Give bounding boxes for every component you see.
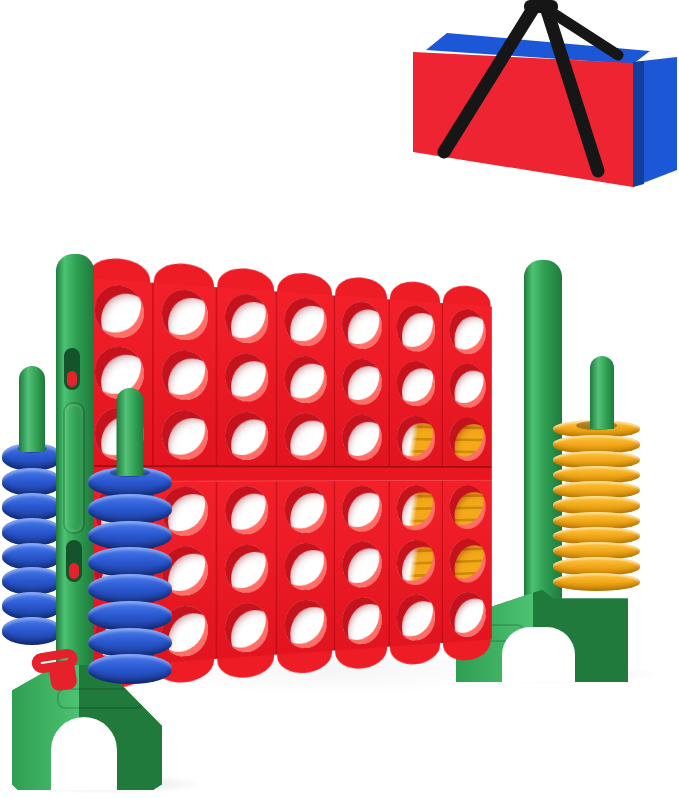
storage-pole-left-front: [19, 366, 45, 452]
slider-tab-lower: [69, 563, 79, 579]
release-handle: [30, 646, 93, 706]
board-cell-c4r2: [276, 349, 334, 408]
hole-c7r3: [449, 416, 485, 461]
hole-c4r6: [285, 599, 326, 649]
hole-c6r1: [397, 305, 435, 352]
board-cell-c7r2: [441, 357, 492, 412]
board-cell-c7r6: [441, 586, 492, 643]
board-cell-c3r6: [216, 597, 276, 659]
board-cell-c6r6: [389, 589, 442, 647]
board-cell-c3r2: [216, 346, 276, 407]
scallop-bump: [443, 640, 491, 663]
board-cell-c2r1: [152, 283, 215, 347]
blue-ring: [2, 567, 62, 595]
board-cell-c7r3: [441, 411, 492, 465]
hole-c4r5: [285, 542, 326, 591]
hole-c5r2: [342, 357, 382, 405]
blue-ring: [88, 574, 172, 604]
board-cell-c1r1: [86, 278, 152, 343]
board-cell-c7r1: [441, 303, 492, 360]
hole-c5r6: [342, 596, 382, 645]
blue-ring: [2, 518, 62, 546]
hole-c5r3: [342, 414, 382, 461]
board-cell-c5r5: [333, 536, 388, 594]
blue-ring: [2, 543, 62, 571]
ring-stack-left-inner-rings: [88, 467, 172, 684]
hole-c6r4: [397, 485, 435, 531]
hole-c5r4: [342, 485, 382, 532]
hole-c1r1: [95, 283, 144, 338]
bag-side-shade: [633, 61, 644, 187]
storage-pole-left-inner: [117, 388, 144, 476]
carry-bag-graphic: [404, 0, 679, 200]
leg-left-arch: [51, 717, 117, 791]
blue-ring: [88, 601, 172, 631]
post-slot-upper: [64, 348, 80, 390]
post-groove: [63, 402, 85, 534]
yellow-ring: [553, 573, 640, 591]
hole-c6r3: [397, 415, 435, 461]
scallop-bump: [390, 643, 440, 666]
leg-right-arch: [502, 627, 574, 683]
hole-c3r4: [225, 486, 268, 535]
board-cell-c3r4: [216, 481, 276, 540]
hole-c6r5: [397, 539, 435, 586]
hole-c7r6: [449, 591, 485, 637]
ring-stack-right-front: [553, 356, 640, 591]
hole-c7r5: [449, 538, 485, 584]
scallop-bump: [335, 647, 387, 671]
ring-stack-left-front-rings: [2, 443, 62, 645]
post-slot-lower: [66, 540, 82, 582]
board-cell-c5r4: [333, 481, 388, 538]
board-cell-c3r5: [216, 539, 276, 600]
board-cell-c3r1: [216, 287, 276, 349]
blue-ring: [2, 493, 62, 521]
ring-stack-right-front-rings: [553, 420, 640, 591]
blue-ring: [88, 628, 172, 658]
hole-c3r5: [225, 544, 268, 594]
blue-ring: [88, 494, 172, 524]
board-cell-c5r6: [333, 591, 388, 650]
blue-ring: [88, 547, 172, 577]
hole-c3r3: [225, 411, 268, 460]
hole-c3r1: [225, 293, 268, 344]
ring-stack-left-front: [2, 366, 62, 644]
hole-c7r1: [449, 308, 485, 354]
hole-c4r2: [285, 355, 326, 404]
hole-c7r2: [449, 362, 485, 408]
blue-ring: [2, 617, 62, 645]
hole-c6r2: [397, 360, 435, 407]
blue-ring: [2, 468, 62, 496]
hole-c3r2: [225, 352, 268, 402]
board-cell-c6r2: [389, 355, 442, 412]
product-photo-scene: [0, 0, 679, 798]
blue-ring: [2, 592, 62, 620]
board-cell-c5r1: [333, 295, 388, 354]
ring-stack-left-inner: [88, 388, 172, 684]
board-cell-c6r4: [389, 480, 442, 536]
blue-ring: [88, 521, 172, 551]
board-cell-c4r3: [276, 407, 334, 465]
board-cell-c7r4: [441, 480, 492, 534]
board-cell-c7r5: [441, 533, 492, 588]
scallop-bump: [277, 651, 331, 675]
board-cell-c3r3: [216, 406, 276, 465]
hole-c5r1: [342, 301, 382, 350]
board-cell-c4r5: [276, 537, 334, 596]
release-handle-tab: [49, 664, 78, 692]
blue-ring: [88, 654, 172, 684]
board-cell-c6r5: [389, 535, 442, 592]
hole-c4r1: [285, 297, 326, 347]
carry-bag: [404, 0, 679, 200]
hole-c4r3: [285, 412, 326, 460]
bag-handle-knot: [524, 0, 558, 13]
board-cell-c5r3: [333, 409, 388, 466]
board-cell-c5r2: [333, 352, 388, 410]
hole-c4r4: [285, 486, 326, 534]
hole-c3r6: [225, 602, 268, 653]
board-cell-c4r1: [276, 291, 334, 352]
hole-c6r6: [397, 594, 435, 641]
board-cell-c6r3: [389, 410, 442, 466]
board-cell-c4r6: [276, 594, 334, 655]
storage-pole-right-front: [590, 356, 614, 429]
board-cell-c4r4: [276, 481, 334, 539]
slider-tab-upper: [67, 371, 77, 387]
board-cell-c6r1: [389, 299, 442, 357]
hole-c7r4: [449, 485, 485, 530]
hole-c5r5: [342, 541, 382, 589]
hole-c2r1: [162, 289, 207, 341]
